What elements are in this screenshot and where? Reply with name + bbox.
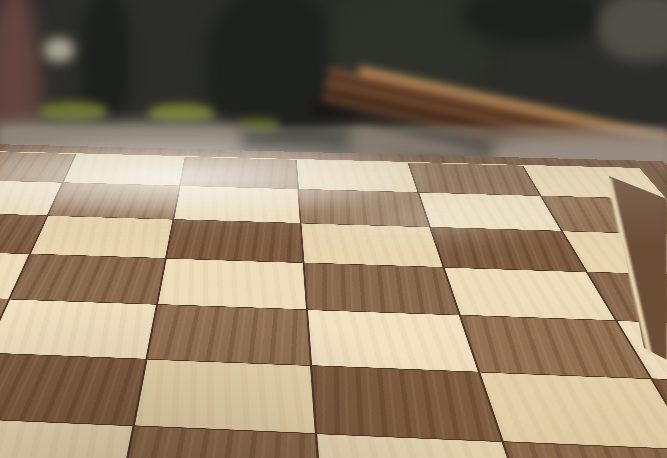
lighting-vignette [0,0,667,458]
photo-stage [0,0,667,458]
